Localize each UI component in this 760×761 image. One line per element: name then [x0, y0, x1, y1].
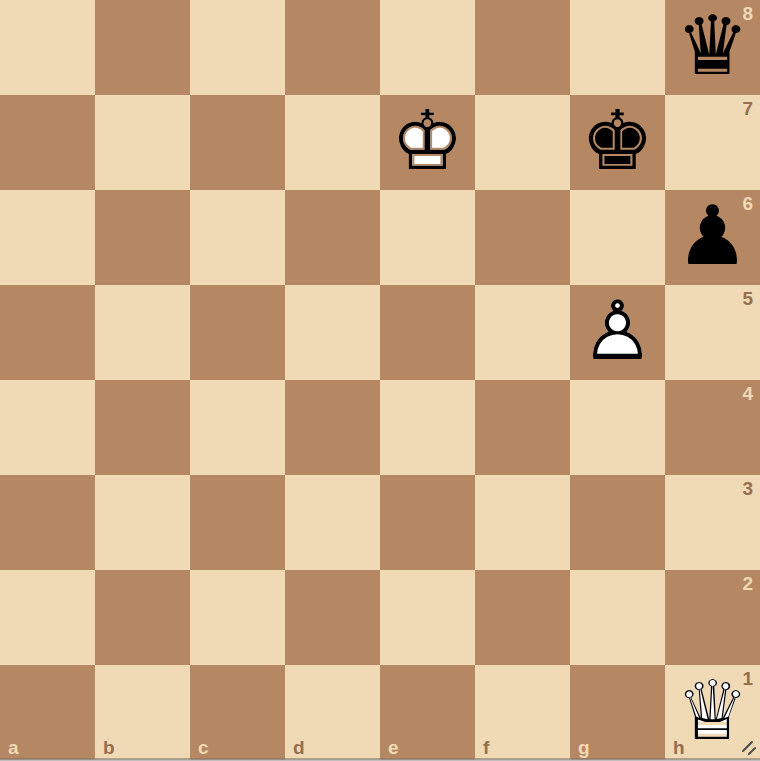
- square-g3[interactable]: [570, 475, 665, 570]
- square-b6[interactable]: [95, 190, 190, 285]
- square-g6[interactable]: [570, 190, 665, 285]
- square-c6[interactable]: [190, 190, 285, 285]
- square-f8[interactable]: [475, 0, 570, 95]
- file-label-f: f: [483, 738, 489, 757]
- rank-label-5: 5: [742, 289, 753, 308]
- file-label-b: b: [103, 738, 115, 757]
- square-h3[interactable]: 3: [665, 475, 760, 570]
- square-d4[interactable]: [285, 380, 380, 475]
- square-e5[interactable]: [380, 285, 475, 380]
- square-c1[interactable]: c: [190, 665, 285, 760]
- square-a1[interactable]: a: [0, 665, 95, 760]
- square-e4[interactable]: [380, 380, 475, 475]
- square-a7[interactable]: [0, 95, 95, 190]
- square-c4[interactable]: [190, 380, 285, 475]
- square-b3[interactable]: [95, 475, 190, 570]
- rank-label-3: 3: [742, 479, 753, 498]
- square-e6[interactable]: [380, 190, 475, 285]
- square-g4[interactable]: [570, 380, 665, 475]
- square-e2[interactable]: [380, 570, 475, 665]
- square-f2[interactable]: [475, 570, 570, 665]
- square-g1[interactable]: g: [570, 665, 665, 760]
- white-king[interactable]: ♚♔: [380, 95, 475, 190]
- black-queen-glyph: ♛: [665, 0, 760, 92]
- white-king-glyph: ♔: [380, 92, 475, 187]
- square-d8[interactable]: [285, 0, 380, 95]
- square-c5[interactable]: [190, 285, 285, 380]
- black-pawn-glyph: ♟: [665, 187, 760, 282]
- square-h7[interactable]: 7: [665, 95, 760, 190]
- square-d3[interactable]: [285, 475, 380, 570]
- square-f4[interactable]: [475, 380, 570, 475]
- square-e3[interactable]: [380, 475, 475, 570]
- square-d5[interactable]: [285, 285, 380, 380]
- square-d6[interactable]: [285, 190, 380, 285]
- square-f5[interactable]: [475, 285, 570, 380]
- square-h5[interactable]: 5: [665, 285, 760, 380]
- square-f6[interactable]: [475, 190, 570, 285]
- chess-board-widget: 8♛♚♔♚76♟♟♙5432abcdefg1h♛♕: [0, 0, 760, 761]
- square-b7[interactable]: [95, 95, 190, 190]
- square-a3[interactable]: [0, 475, 95, 570]
- square-h4[interactable]: 4: [665, 380, 760, 475]
- white-pawn[interactable]: ♟♙: [570, 285, 665, 380]
- square-e7[interactable]: ♚♔: [380, 95, 475, 190]
- square-h6[interactable]: 6♟: [665, 190, 760, 285]
- square-a4[interactable]: [0, 380, 95, 475]
- file-label-c: c: [198, 738, 209, 757]
- rank-label-2: 2: [742, 574, 753, 593]
- chess-board: 8♛♚♔♚76♟♟♙5432abcdefg1h♛♕: [0, 0, 760, 760]
- square-g5[interactable]: ♟♙: [570, 285, 665, 380]
- square-b8[interactable]: [95, 0, 190, 95]
- square-a5[interactable]: [0, 285, 95, 380]
- square-b4[interactable]: [95, 380, 190, 475]
- black-king-glyph: ♚: [570, 92, 665, 187]
- square-a8[interactable]: [0, 0, 95, 95]
- square-e1[interactable]: e: [380, 665, 475, 760]
- square-d2[interactable]: [285, 570, 380, 665]
- black-king[interactable]: ♚: [570, 95, 665, 190]
- square-f1[interactable]: f: [475, 665, 570, 760]
- square-g8[interactable]: [570, 0, 665, 95]
- square-c2[interactable]: [190, 570, 285, 665]
- rank-label-7: 7: [742, 99, 753, 118]
- rank-label-4: 4: [742, 384, 753, 403]
- square-c3[interactable]: [190, 475, 285, 570]
- square-h2[interactable]: 2: [665, 570, 760, 665]
- black-pawn[interactable]: ♟: [665, 190, 760, 285]
- square-h8[interactable]: 8♛: [665, 0, 760, 95]
- square-b1[interactable]: b: [95, 665, 190, 760]
- square-g2[interactable]: [570, 570, 665, 665]
- square-d7[interactable]: [285, 95, 380, 190]
- square-a2[interactable]: [0, 570, 95, 665]
- square-b5[interactable]: [95, 285, 190, 380]
- white-pawn-glyph: ♙: [570, 282, 665, 377]
- file-label-g: g: [578, 738, 590, 757]
- resize-handle-icon[interactable]: [740, 739, 758, 757]
- square-a6[interactable]: [0, 190, 95, 285]
- black-queen[interactable]: ♛: [665, 0, 760, 95]
- square-c7[interactable]: [190, 95, 285, 190]
- file-label-a: a: [8, 738, 19, 757]
- square-c8[interactable]: [190, 0, 285, 95]
- file-label-e: e: [388, 738, 399, 757]
- square-d1[interactable]: d: [285, 665, 380, 760]
- file-label-d: d: [293, 738, 305, 757]
- square-f7[interactable]: [475, 95, 570, 190]
- square-b2[interactable]: [95, 570, 190, 665]
- square-f3[interactable]: [475, 475, 570, 570]
- square-g7[interactable]: ♚: [570, 95, 665, 190]
- square-e8[interactable]: [380, 0, 475, 95]
